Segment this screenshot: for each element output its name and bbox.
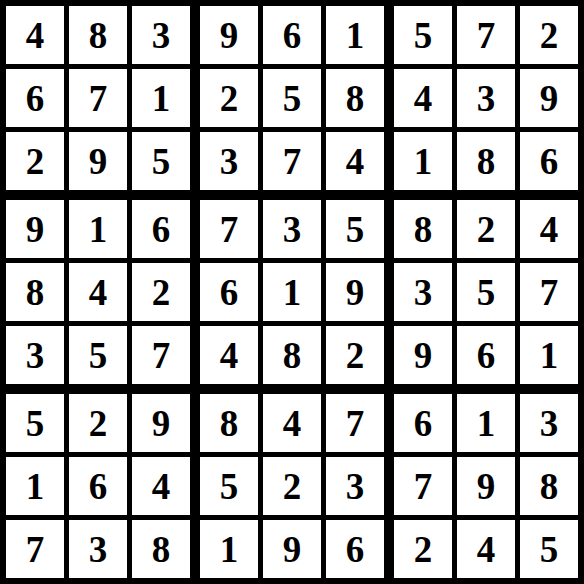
cell-r4c3: 6 <box>132 200 190 258</box>
cell-r3c1: 2 <box>6 132 64 190</box>
cell-r9c1: 7 <box>6 520 64 578</box>
cell-r8c4: 5 <box>200 457 258 515</box>
cell-r5c2: 4 <box>69 263 127 321</box>
cell-r2c1: 6 <box>6 69 64 127</box>
cell-r4c4: 7 <box>200 200 258 258</box>
cell-r6c6: 2 <box>326 326 384 384</box>
cell-r2c7: 4 <box>394 69 452 127</box>
cell-r4c9: 4 <box>520 200 578 258</box>
sudoku-box-2: 961258374 <box>200 6 384 190</box>
cell-r7c2: 2 <box>69 394 127 452</box>
sudoku-box-9: 613798245 <box>394 394 578 578</box>
cell-r3c8: 8 <box>457 132 515 190</box>
cell-r6c7: 9 <box>394 326 452 384</box>
cell-r2c4: 2 <box>200 69 258 127</box>
cell-r7c6: 7 <box>326 394 384 452</box>
cell-r1c2: 8 <box>69 6 127 64</box>
cell-r3c7: 1 <box>394 132 452 190</box>
cell-r8c6: 3 <box>326 457 384 515</box>
cell-r7c1: 5 <box>6 394 64 452</box>
cell-r9c9: 5 <box>520 520 578 578</box>
cell-r1c8: 7 <box>457 6 515 64</box>
cell-r7c8: 1 <box>457 394 515 452</box>
sudoku-box-1: 483671295 <box>6 6 190 190</box>
cell-r8c8: 9 <box>457 457 515 515</box>
cell-r1c3: 3 <box>132 6 190 64</box>
cell-r9c8: 4 <box>457 520 515 578</box>
cell-r2c8: 3 <box>457 69 515 127</box>
cell-r6c2: 5 <box>69 326 127 384</box>
cell-r7c3: 9 <box>132 394 190 452</box>
cell-r6c9: 1 <box>520 326 578 384</box>
cell-r2c2: 7 <box>69 69 127 127</box>
cell-r4c5: 3 <box>263 200 321 258</box>
cell-r2c5: 5 <box>263 69 321 127</box>
sudoku-box-8: 847523196 <box>200 394 384 578</box>
cell-r7c9: 3 <box>520 394 578 452</box>
cell-r5c1: 8 <box>6 263 64 321</box>
sudoku-box-6: 824357961 <box>394 200 578 384</box>
cell-r1c7: 5 <box>394 6 452 64</box>
cell-r3c4: 3 <box>200 132 258 190</box>
cell-r4c7: 8 <box>394 200 452 258</box>
cell-r4c2: 1 <box>69 200 127 258</box>
sudoku-box-7: 529164738 <box>6 394 190 578</box>
cell-r5c8: 5 <box>457 263 515 321</box>
cell-r1c6: 1 <box>326 6 384 64</box>
cell-r5c7: 3 <box>394 263 452 321</box>
sudoku-box-3: 572439186 <box>394 6 578 190</box>
cell-r4c8: 2 <box>457 200 515 258</box>
cell-r3c2: 9 <box>69 132 127 190</box>
cell-r8c9: 8 <box>520 457 578 515</box>
sudoku-box-4: 916842357 <box>6 200 190 384</box>
cell-r7c4: 8 <box>200 394 258 452</box>
cell-r9c4: 1 <box>200 520 258 578</box>
cell-r6c8: 6 <box>457 326 515 384</box>
cell-r4c6: 5 <box>326 200 384 258</box>
cell-r6c5: 8 <box>263 326 321 384</box>
cell-r5c3: 2 <box>132 263 190 321</box>
cell-r1c1: 4 <box>6 6 64 64</box>
cell-r9c7: 2 <box>394 520 452 578</box>
cell-r8c7: 7 <box>394 457 452 515</box>
cell-r5c6: 9 <box>326 263 384 321</box>
cell-r3c9: 6 <box>520 132 578 190</box>
cell-r3c3: 5 <box>132 132 190 190</box>
cell-r9c2: 3 <box>69 520 127 578</box>
cell-r9c6: 6 <box>326 520 384 578</box>
cell-r1c9: 2 <box>520 6 578 64</box>
cell-r9c5: 9 <box>263 520 321 578</box>
cell-r5c5: 1 <box>263 263 321 321</box>
cell-r2c9: 9 <box>520 69 578 127</box>
cell-r7c7: 6 <box>394 394 452 452</box>
sudoku-board: 4836712959612583745724391869168423577356… <box>0 0 584 584</box>
cell-r7c5: 4 <box>263 394 321 452</box>
cell-r1c4: 9 <box>200 6 258 64</box>
cell-r9c3: 8 <box>132 520 190 578</box>
cell-r5c4: 6 <box>200 263 258 321</box>
cell-r6c3: 7 <box>132 326 190 384</box>
cell-r2c6: 8 <box>326 69 384 127</box>
cell-r1c5: 6 <box>263 6 321 64</box>
cell-r3c5: 7 <box>263 132 321 190</box>
cell-r6c4: 4 <box>200 326 258 384</box>
sudoku-box-5: 735619482 <box>200 200 384 384</box>
cell-r8c5: 2 <box>263 457 321 515</box>
cell-r5c9: 7 <box>520 263 578 321</box>
cell-r8c1: 1 <box>6 457 64 515</box>
cell-r2c3: 1 <box>132 69 190 127</box>
cell-r8c3: 4 <box>132 457 190 515</box>
cell-r8c2: 6 <box>69 457 127 515</box>
cell-r4c1: 9 <box>6 200 64 258</box>
cell-r3c6: 4 <box>326 132 384 190</box>
cell-r6c1: 3 <box>6 326 64 384</box>
